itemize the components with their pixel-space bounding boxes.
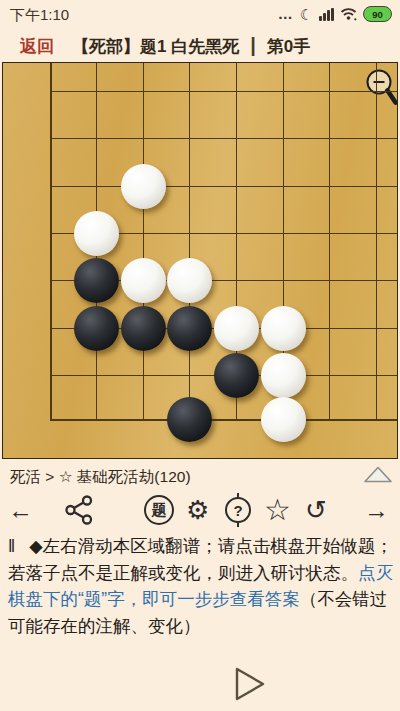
grid-line [143, 63, 144, 421]
go-board[interactable] [2, 62, 398, 459]
white-stone [261, 397, 306, 442]
next-move-button[interactable]: → [364, 498, 389, 523]
white-stone [167, 258, 212, 303]
grid-line [50, 63, 52, 421]
favorite-star-icon[interactable]: ☆ [264, 495, 291, 525]
instructions-panel: ‖◆左右滑动本区域翻谱；请点击棋盘开始做题；若落子点不是正解或变化，则进入研讨状… [8, 533, 394, 639]
breadcrumb[interactable]: 死活 > ☆ 基础死活劫(120) [10, 467, 191, 488]
settings-gear-icon[interactable]: ⚙ [186, 496, 209, 524]
white-stone [261, 353, 306, 398]
collapse-triangle-button[interactable] [363, 466, 393, 483]
problem-title: 【死部】题1 白先黑死 [72, 35, 239, 58]
white-stone [121, 258, 166, 303]
status-icons: … ☾ 90 [278, 0, 392, 28]
help-button[interactable]: ? [225, 497, 251, 523]
help-question-icon: ? [225, 497, 251, 523]
grid-line [50, 91, 397, 92]
grid-line [50, 419, 397, 421]
more-dots-icon: … [278, 9, 294, 19]
signal-icon [319, 8, 334, 21]
reset-icon[interactable]: ↺ [305, 496, 327, 524]
move-counter: 第0手 [267, 35, 310, 58]
dnd-moon-icon: ☾ [300, 7, 313, 22]
clock: 下午1:10 [10, 6, 69, 25]
black-stone [167, 306, 212, 351]
instruction-text: ◆左右滑动本区域翻谱；请点击棋盘开始做题；若落子点不是正解或变化，则进入研讨状态… [8, 536, 393, 583]
white-stone [261, 306, 306, 351]
controls-row: ← 题 ⚙ ? ☆ ↺ → [0, 491, 400, 529]
wifi-icon [340, 7, 357, 21]
grid-line [329, 63, 330, 421]
battery-indicator: 90 [363, 6, 392, 22]
white-stone [121, 164, 166, 209]
play-button[interactable] [224, 661, 270, 707]
drag-handle[interactable]: ‖ [8, 536, 15, 556]
grid-line [376, 63, 377, 421]
section-bar: 死活 > ☆ 基础死活劫(120) [0, 461, 400, 491]
share-icon[interactable] [64, 495, 94, 525]
status-bar: 下午1:10 … ☾ 90 [0, 0, 400, 28]
grid-line [189, 63, 190, 421]
grid-line [50, 138, 397, 139]
problem-badge-icon: 题 [144, 495, 174, 525]
white-stone [214, 306, 259, 351]
back-button[interactable]: 返回 [20, 35, 54, 58]
black-stone [74, 258, 119, 303]
black-stone [74, 306, 119, 351]
app-screen: 下午1:10 … ☾ 90 返回 【死部】题1 白先黑死 ┃ 第0手 [0, 0, 400, 711]
grid-line [50, 186, 397, 187]
prev-move-button[interactable]: ← [8, 498, 33, 523]
black-stone [167, 397, 212, 442]
black-stone [121, 306, 166, 351]
title-separator: ┃ [248, 37, 258, 56]
problem-mode-button[interactable]: 题 [144, 495, 174, 525]
black-stone [214, 353, 259, 398]
white-stone [74, 211, 119, 256]
play-triangle-icon [224, 661, 270, 707]
toolbar: 返回 【死部】题1 白先黑死 ┃ 第0手 [0, 32, 400, 60]
